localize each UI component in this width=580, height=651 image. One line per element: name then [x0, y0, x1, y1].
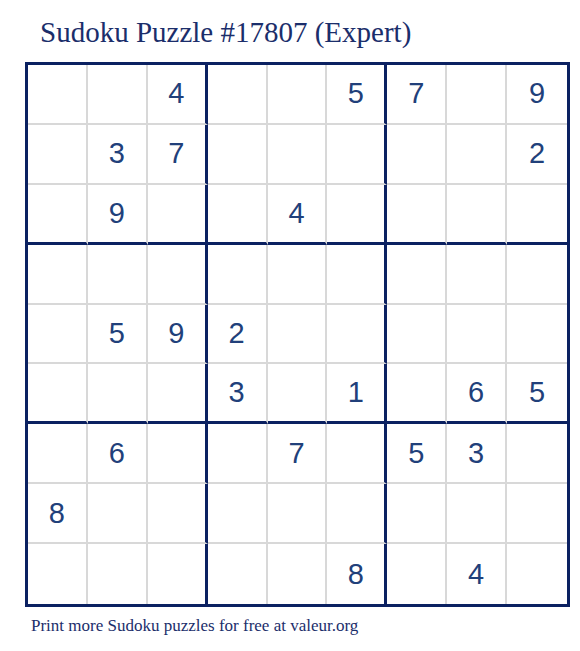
cell-r8c3-empty: [148, 484, 208, 544]
cell-r8c1-given: 8: [28, 484, 88, 544]
cell-r5c4-given: 2: [208, 305, 268, 365]
cell-r4c3-empty: [148, 245, 208, 305]
footer-note: Print more Sudoku puzzles for free at va…: [31, 616, 358, 636]
cell-r2c3-given: 7: [148, 125, 208, 185]
sudoku-board: 45793729459231656753884: [25, 62, 570, 607]
cell-r9c5-empty: [268, 544, 328, 604]
cell-r6c3-empty: [148, 364, 208, 424]
cell-r3c6-empty: [327, 185, 387, 245]
cell-r4c5-empty: [268, 245, 328, 305]
cell-r4c1-empty: [28, 245, 88, 305]
cell-r8c7-empty: [387, 484, 447, 544]
cell-r7c1-empty: [28, 424, 88, 484]
cell-r6c4-given: 3: [208, 364, 268, 424]
cell-r9c6-given: 8: [327, 544, 387, 604]
cell-r9c1-empty: [28, 544, 88, 604]
cell-r4c8-empty: [447, 245, 507, 305]
cell-r5c2-given: 5: [88, 305, 148, 365]
cell-r1c4-empty: [208, 65, 268, 125]
cell-r9c2-empty: [88, 544, 148, 604]
page-title: Sudoku Puzzle #17807 (Expert): [40, 15, 411, 49]
cell-r3c2-given: 9: [88, 185, 148, 245]
cell-r3c7-empty: [387, 185, 447, 245]
cell-r6c8-given: 6: [447, 364, 507, 424]
cell-r2c9-given: 2: [507, 125, 567, 185]
cell-r6c5-empty: [268, 364, 328, 424]
cell-r5c9-empty: [507, 305, 567, 365]
cell-r4c2-empty: [88, 245, 148, 305]
cell-r5c5-empty: [268, 305, 328, 365]
cell-r4c6-empty: [327, 245, 387, 305]
cell-r5c7-empty: [387, 305, 447, 365]
cell-r1c2-empty: [88, 65, 148, 125]
cell-r2c5-empty: [268, 125, 328, 185]
cell-r7c4-empty: [208, 424, 268, 484]
cell-r6c6-given: 1: [327, 364, 387, 424]
cell-r3c8-empty: [447, 185, 507, 245]
cell-r3c9-empty: [507, 185, 567, 245]
cell-r6c9-given: 5: [507, 364, 567, 424]
cell-r7c8-given: 3: [447, 424, 507, 484]
cell-r8c5-empty: [268, 484, 328, 544]
cell-r6c7-empty: [387, 364, 447, 424]
cell-r8c4-empty: [208, 484, 268, 544]
cell-r2c2-given: 3: [88, 125, 148, 185]
cell-r4c9-empty: [507, 245, 567, 305]
cell-r2c4-empty: [208, 125, 268, 185]
cell-r2c8-empty: [447, 125, 507, 185]
cell-r8c6-empty: [327, 484, 387, 544]
cell-r1c8-empty: [447, 65, 507, 125]
cell-r4c4-empty: [208, 245, 268, 305]
cell-r7c3-empty: [148, 424, 208, 484]
cell-r6c1-empty: [28, 364, 88, 424]
cell-r8c9-empty: [507, 484, 567, 544]
cell-r3c5-given: 4: [268, 185, 328, 245]
cell-r5c8-empty: [447, 305, 507, 365]
cell-r9c3-empty: [148, 544, 208, 604]
cell-r2c1-empty: [28, 125, 88, 185]
cell-r1c1-empty: [28, 65, 88, 125]
cell-r5c6-empty: [327, 305, 387, 365]
cell-r1c9-given: 9: [507, 65, 567, 125]
cell-r6c2-empty: [88, 364, 148, 424]
cell-r9c7-empty: [387, 544, 447, 604]
cell-r7c5-given: 7: [268, 424, 328, 484]
cell-r1c3-given: 4: [148, 65, 208, 125]
cell-r4c7-empty: [387, 245, 447, 305]
cell-r7c9-empty: [507, 424, 567, 484]
cell-r8c2-empty: [88, 484, 148, 544]
cell-r5c3-given: 9: [148, 305, 208, 365]
cell-r3c4-empty: [208, 185, 268, 245]
cell-r1c7-given: 7: [387, 65, 447, 125]
cell-r1c5-empty: [268, 65, 328, 125]
cell-r5c1-empty: [28, 305, 88, 365]
cell-r2c7-empty: [387, 125, 447, 185]
cell-r7c2-given: 6: [88, 424, 148, 484]
cell-r2c6-empty: [327, 125, 387, 185]
sudoku-print-page: Sudoku Puzzle #17807 (Expert) 4579372945…: [0, 0, 580, 651]
cell-r9c8-given: 4: [447, 544, 507, 604]
cell-r7c7-given: 5: [387, 424, 447, 484]
cell-r1c6-given: 5: [327, 65, 387, 125]
cell-r7c6-empty: [327, 424, 387, 484]
cell-r9c9-empty: [507, 544, 567, 604]
cell-r9c4-empty: [208, 544, 268, 604]
cell-r3c3-empty: [148, 185, 208, 245]
cell-r8c8-empty: [447, 484, 507, 544]
cell-r3c1-empty: [28, 185, 88, 245]
